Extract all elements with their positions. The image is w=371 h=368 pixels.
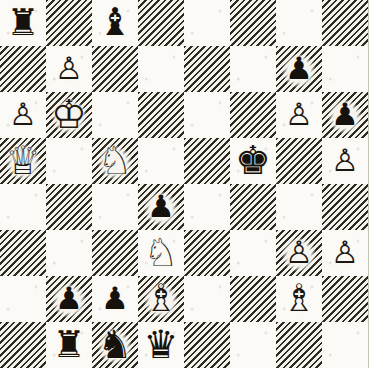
white-king-icon: ♔: [51, 94, 87, 134]
black-pawn-icon: ♟: [101, 283, 129, 314]
square-e2[interactable]: [184, 276, 230, 322]
square-a4[interactable]: [0, 184, 46, 230]
square-f8[interactable]: [230, 0, 276, 46]
white-pawn-icon: ♙: [55, 53, 83, 84]
square-a2[interactable]: [0, 276, 46, 322]
black-rook-icon: ♜: [6, 4, 39, 41]
black-king-icon: ♚: [235, 140, 271, 180]
square-e8[interactable]: [184, 0, 230, 46]
square-c2[interactable]: ♟: [92, 276, 138, 322]
square-b6[interactable]: ♔: [46, 92, 92, 138]
square-c8[interactable]: ♝: [92, 0, 138, 46]
square-c4[interactable]: [92, 184, 138, 230]
square-f7[interactable]: [230, 46, 276, 92]
square-h8[interactable]: [322, 0, 368, 46]
chess-board: ♜♝♙♟♙♔♙♟♕♘♚♙♟♘♙♙♟♟♗♗♜♞♛: [0, 0, 368, 368]
white-bishop-icon: ♗: [282, 279, 316, 317]
square-f5[interactable]: ♚: [230, 138, 276, 184]
square-e3[interactable]: [184, 230, 230, 276]
square-h7[interactable]: [322, 46, 368, 92]
square-b5[interactable]: [46, 138, 92, 184]
square-e1[interactable]: [184, 322, 230, 368]
square-e7[interactable]: [184, 46, 230, 92]
square-b2[interactable]: ♟: [46, 276, 92, 322]
square-a6[interactable]: ♙: [0, 92, 46, 138]
square-b8[interactable]: [46, 0, 92, 46]
square-d4[interactable]: ♟: [138, 184, 184, 230]
square-f1[interactable]: [230, 322, 276, 368]
white-bishop-icon: ♗: [144, 279, 178, 317]
white-queen-icon: ♕: [6, 141, 41, 180]
square-f3[interactable]: [230, 230, 276, 276]
black-pawn-icon: ♟: [285, 53, 313, 84]
square-c3[interactable]: [92, 230, 138, 276]
square-b7[interactable]: ♙: [46, 46, 92, 92]
black-bishop-icon: ♝: [98, 3, 132, 41]
square-d8[interactable]: [138, 0, 184, 46]
square-h3[interactable]: ♙: [322, 230, 368, 276]
square-h1[interactable]: [322, 322, 368, 368]
square-d1[interactable]: ♛: [138, 322, 184, 368]
square-a7[interactable]: [0, 46, 46, 92]
square-e5[interactable]: [184, 138, 230, 184]
black-pawn-icon: ♟: [55, 283, 83, 314]
white-pawn-icon: ♙: [9, 99, 37, 130]
black-pawn-icon: ♟: [331, 99, 359, 130]
square-h5[interactable]: ♙: [322, 138, 368, 184]
black-queen-icon: ♛: [144, 325, 179, 364]
square-g4[interactable]: [276, 184, 322, 230]
square-d7[interactable]: [138, 46, 184, 92]
square-c1[interactable]: ♞: [92, 322, 138, 368]
square-c5[interactable]: ♘: [92, 138, 138, 184]
square-e4[interactable]: [184, 184, 230, 230]
square-a3[interactable]: [0, 230, 46, 276]
square-g3[interactable]: ♙: [276, 230, 322, 276]
square-c7[interactable]: [92, 46, 138, 92]
white-pawn-icon: ♙: [285, 99, 313, 130]
white-pawn-icon: ♙: [331, 237, 359, 268]
black-pawn-icon: ♟: [147, 191, 175, 222]
square-c6[interactable]: [92, 92, 138, 138]
square-g6[interactable]: ♙: [276, 92, 322, 138]
square-g1[interactable]: [276, 322, 322, 368]
square-d2[interactable]: ♗: [138, 276, 184, 322]
white-pawn-icon: ♙: [331, 145, 359, 176]
square-g7[interactable]: ♟: [276, 46, 322, 92]
newspaper-scan: ♜♝♙♟♙♔♙♟♕♘♚♙♟♘♙♙♟♟♗♗♜♞♛: [0, 0, 371, 368]
square-f4[interactable]: [230, 184, 276, 230]
black-knight-icon: ♞: [98, 325, 133, 364]
black-rook-icon: ♜: [52, 326, 85, 363]
square-h6[interactable]: ♟: [322, 92, 368, 138]
square-g2[interactable]: ♗: [276, 276, 322, 322]
white-knight-icon: ♘: [98, 141, 133, 180]
square-a5[interactable]: ♕: [0, 138, 46, 184]
square-b1[interactable]: ♜: [46, 322, 92, 368]
square-f2[interactable]: [230, 276, 276, 322]
square-h2[interactable]: [322, 276, 368, 322]
square-a8[interactable]: ♜: [0, 0, 46, 46]
square-d5[interactable]: [138, 138, 184, 184]
square-e6[interactable]: [184, 92, 230, 138]
square-g8[interactable]: [276, 0, 322, 46]
square-h4[interactable]: [322, 184, 368, 230]
square-a1[interactable]: [0, 322, 46, 368]
white-knight-icon: ♘: [144, 233, 179, 272]
square-g5[interactable]: [276, 138, 322, 184]
square-f6[interactable]: [230, 92, 276, 138]
square-d3[interactable]: ♘: [138, 230, 184, 276]
square-d6[interactable]: [138, 92, 184, 138]
white-pawn-icon: ♙: [285, 237, 313, 268]
square-b3[interactable]: [46, 230, 92, 276]
square-b4[interactable]: [46, 184, 92, 230]
